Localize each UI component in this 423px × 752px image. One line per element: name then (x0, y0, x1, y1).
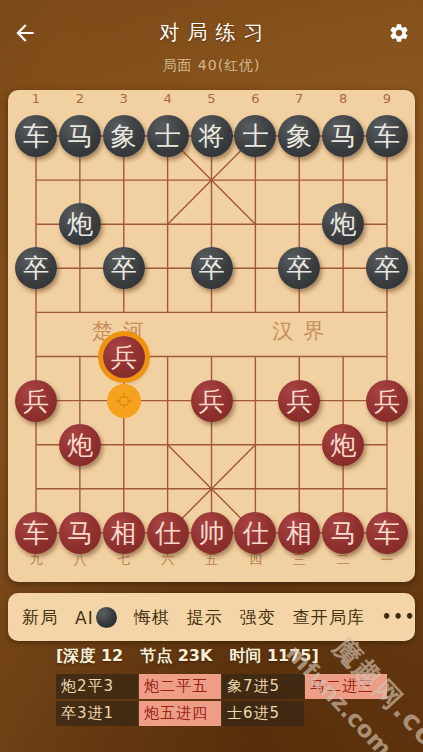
black-stone-icon (96, 607, 117, 628)
move-origin-marker (107, 384, 141, 418)
black-piece-卒[interactable]: 卒 (15, 247, 57, 289)
board-grid (8, 90, 415, 582)
file-label-top: 4 (157, 91, 179, 106)
variation-move: 士6进5 (222, 701, 304, 726)
black-piece-将[interactable]: 将 (191, 115, 233, 157)
black-piece-马[interactable]: 马 (322, 115, 364, 157)
black-piece-车[interactable]: 车 (15, 115, 57, 157)
xiangqi-board[interactable]: 楚河 汉界 123456789九八七六五四三二一车马象士将士象马车炮炮卒卒卒卒卒… (8, 90, 415, 582)
file-label-top: 6 (244, 91, 266, 106)
black-piece-象[interactable]: 象 (103, 115, 145, 157)
red-piece-相[interactable]: 相 (103, 512, 145, 554)
variation-move: 马二进三 (305, 674, 387, 699)
red-piece-仕[interactable]: 仕 (234, 512, 276, 554)
variation-move: 炮五进四 (139, 701, 221, 726)
more-options-icon[interactable]: ••• (382, 608, 417, 626)
variation-move: 卒3进1 (56, 701, 138, 726)
depth-value: [深度 12 (56, 646, 123, 667)
red-piece-兵[interactable]: 兵 (191, 380, 233, 422)
red-piece-兵[interactable]: 兵 (15, 380, 57, 422)
file-label-top: 7 (288, 91, 310, 106)
file-label-top: 2 (69, 91, 91, 106)
file-label-top: 1 (25, 91, 47, 106)
file-label-top: 5 (201, 91, 223, 106)
red-piece-炮[interactable]: 炮 (59, 424, 101, 466)
river-label-right: 汉界 (272, 318, 334, 344)
analysis-stats: [深度 12 节点 23K 时间 1175] (56, 646, 396, 667)
variation-move: 炮2平3 (56, 674, 138, 699)
engine-analysis: [深度 12 节点 23K 时间 1175] 炮2平3炮二平五象7进5马二进三卒… (56, 646, 396, 726)
black-piece-炮[interactable]: 炮 (322, 203, 364, 245)
black-piece-炮[interactable]: 炮 (59, 203, 101, 245)
black-piece-卒[interactable]: 卒 (103, 247, 145, 289)
undo-button[interactable]: 悔棋 (134, 606, 170, 629)
red-piece-兵[interactable]: 兵 (278, 380, 320, 422)
nodes-value: 节点 23K (140, 646, 212, 667)
black-piece-车[interactable]: 车 (366, 115, 408, 157)
red-piece-兵[interactable]: 兵 (103, 336, 145, 378)
red-piece-马[interactable]: 马 (322, 512, 364, 554)
black-piece-士[interactable]: 士 (147, 115, 189, 157)
red-piece-相[interactable]: 相 (278, 512, 320, 554)
red-piece-兵[interactable]: 兵 (366, 380, 408, 422)
black-piece-卒[interactable]: 卒 (366, 247, 408, 289)
position-status: 局面 40(红优) (0, 57, 423, 75)
red-piece-马[interactable]: 马 (59, 512, 101, 554)
new-game-button[interactable]: 新局 (22, 606, 58, 629)
gear-icon[interactable] (388, 22, 410, 44)
time-value: 时间 1175] (229, 646, 318, 667)
red-piece-帅[interactable]: 帅 (191, 512, 233, 554)
file-label-top: 9 (376, 91, 398, 106)
top-bar: 对局练习 (0, 0, 423, 52)
red-piece-仕[interactable]: 仕 (147, 512, 189, 554)
opening-book-button[interactable]: 查开局库 (293, 606, 365, 629)
black-piece-卒[interactable]: 卒 (191, 247, 233, 289)
red-piece-车[interactable]: 车 (15, 512, 57, 554)
red-piece-车[interactable]: 车 (366, 512, 408, 554)
file-label-top: 8 (332, 91, 354, 106)
variation-move: 象7进5 (222, 674, 304, 699)
file-label-top: 3 (113, 91, 135, 106)
bottom-toolbar: 新局 AI 悔棋 提示 强变 查开局库 ••• (8, 593, 415, 641)
ai-side-button[interactable]: AI (75, 607, 117, 628)
red-piece-炮[interactable]: 炮 (322, 424, 364, 466)
page-title: 对局练习 (0, 19, 423, 46)
hint-button[interactable]: 提示 (187, 606, 223, 629)
black-piece-马[interactable]: 马 (59, 115, 101, 157)
app-screen: 对局练习 局面 40(红优) 楚河 汉界 123456789九八七六五四三二一车… (0, 0, 423, 752)
black-piece-象[interactable]: 象 (278, 115, 320, 157)
variation-move-list: 炮2平3炮二平五象7进5马二进三卒3进1炮五进四士6进5 (56, 674, 396, 726)
force-variation-button[interactable]: 强变 (240, 606, 276, 629)
variation-move: 炮二平五 (139, 674, 221, 699)
